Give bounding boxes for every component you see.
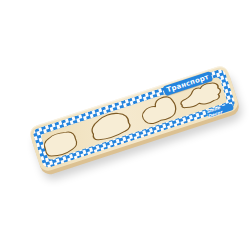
board-rotated-wrapper: Транспорт Smile Decor: [28, 64, 240, 173]
puzzle-board: Транспорт Smile Decor: [28, 64, 240, 173]
product-photo: Транспорт Smile Decor: [0, 0, 250, 250]
